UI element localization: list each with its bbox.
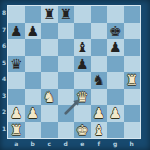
piece-white-king-e1[interactable]: ♚ [74, 122, 91, 139]
square-f4[interactable]: ♞ [91, 72, 108, 89]
square-g2[interactable]: ♟ [107, 105, 124, 122]
square-h6[interactable] [124, 39, 141, 56]
square-a7[interactable]: ♟ [8, 23, 25, 40]
square-f2[interactable]: ♟ [91, 105, 108, 122]
square-c3[interactable]: ♞ [41, 89, 58, 106]
square-d2[interactable] [58, 105, 75, 122]
piece-white-bishop-f1[interactable]: ♝ [91, 122, 108, 139]
rank-label-3: 3 [0, 92, 8, 100]
square-b4[interactable] [25, 72, 42, 89]
file-label-g: g [107, 139, 124, 148]
piece-black-rook-c8[interactable]: ♜ [41, 6, 58, 23]
square-h4[interactable]: ♜ [124, 72, 141, 89]
square-h8[interactable] [124, 6, 141, 23]
square-f5[interactable] [91, 56, 108, 73]
square-c6[interactable] [41, 39, 58, 56]
chess-board: ♜♜♟♟♚♝♟♛♟♞♜♞♛♟♟♟♟♜♚♝ [8, 6, 140, 138]
square-e4[interactable] [74, 72, 91, 89]
square-g1[interactable] [107, 122, 124, 139]
square-f7[interactable] [91, 23, 108, 40]
square-f1[interactable]: ♝ [91, 122, 108, 139]
piece-black-pawn-e5[interactable]: ♟ [74, 56, 91, 73]
square-b5[interactable] [25, 56, 42, 73]
rank-label-4: 4 [0, 75, 8, 83]
square-b3[interactable] [25, 89, 42, 106]
square-g6[interactable]: ♟ [107, 39, 124, 56]
square-b6[interactable] [25, 39, 42, 56]
file-label-f: f [91, 139, 108, 148]
file-label-c: c [41, 139, 58, 148]
piece-white-pawn-a2[interactable]: ♟ [8, 105, 25, 122]
square-c8[interactable]: ♜ [41, 6, 58, 23]
file-label-b: b [25, 139, 42, 148]
piece-black-knight-f4[interactable]: ♞ [91, 72, 108, 89]
file-label-d: d [58, 139, 75, 148]
square-c1[interactable] [41, 122, 58, 139]
square-b2[interactable]: ♟ [25, 105, 42, 122]
square-e5[interactable]: ♟ [74, 56, 91, 73]
square-a3[interactable] [8, 89, 25, 106]
rank-label-6: 6 [0, 42, 8, 50]
square-h1[interactable] [124, 122, 141, 139]
rank-label-5: 5 [0, 59, 8, 67]
piece-white-rook-a1[interactable]: ♜ [8, 122, 25, 139]
square-e1[interactable]: ♚ [74, 122, 91, 139]
square-a1[interactable]: ♜ [8, 122, 25, 139]
piece-white-queen-e3[interactable]: ♛ [74, 89, 91, 106]
square-d7[interactable] [58, 23, 75, 40]
square-f6[interactable] [91, 39, 108, 56]
piece-white-rook-h4[interactable]: ♜ [124, 72, 141, 89]
piece-black-pawn-a7[interactable]: ♟ [8, 23, 25, 40]
square-f3[interactable] [91, 89, 108, 106]
square-d3[interactable] [58, 89, 75, 106]
square-d6[interactable] [58, 39, 75, 56]
file-label-h: h [124, 139, 141, 148]
piece-white-pawn-f2[interactable]: ♟ [91, 105, 108, 122]
square-b7[interactable]: ♟ [25, 23, 42, 40]
square-d5[interactable] [58, 56, 75, 73]
square-a5[interactable]: ♛ [8, 56, 25, 73]
square-d1[interactable] [58, 122, 75, 139]
square-g5[interactable] [107, 56, 124, 73]
square-b8[interactable] [25, 6, 42, 23]
file-label-e: e [74, 139, 91, 148]
square-e7[interactable] [74, 23, 91, 40]
square-e2[interactable] [74, 105, 91, 122]
square-h5[interactable] [124, 56, 141, 73]
square-c2[interactable] [41, 105, 58, 122]
square-a2[interactable]: ♟ [8, 105, 25, 122]
piece-black-queen-a5[interactable]: ♛ [8, 56, 25, 73]
square-c4[interactable] [41, 72, 58, 89]
piece-black-pawn-b7[interactable]: ♟ [25, 23, 42, 40]
square-b1[interactable] [25, 122, 42, 139]
square-f8[interactable] [91, 6, 108, 23]
piece-black-pawn-g6[interactable]: ♟ [107, 39, 124, 56]
square-c5[interactable] [41, 56, 58, 73]
piece-white-knight-c3[interactable]: ♞ [41, 89, 58, 106]
piece-black-bishop-e6[interactable]: ♝ [74, 39, 91, 56]
rank-label-7: 7 [0, 26, 8, 34]
square-g4[interactable] [107, 72, 124, 89]
rank-label-1: 1 [0, 125, 8, 133]
piece-white-pawn-b2[interactable]: ♟ [25, 105, 42, 122]
square-c7[interactable] [41, 23, 58, 40]
square-e3[interactable]: ♛ [74, 89, 91, 106]
square-e6[interactable]: ♝ [74, 39, 91, 56]
square-d4[interactable] [58, 72, 75, 89]
square-g3[interactable] [107, 89, 124, 106]
chess-board-app: ♜♜♟♟♚♝♟♛♟♞♜♞♛♟♟♟♟♜♚♝ 87654321 abcdefgh [0, 0, 150, 150]
square-g8[interactable] [107, 6, 124, 23]
square-h7[interactable] [124, 23, 141, 40]
square-a6[interactable] [8, 39, 25, 56]
square-e8[interactable] [74, 6, 91, 23]
rank-label-8: 8 [0, 9, 8, 17]
square-a8[interactable] [8, 6, 25, 23]
rank-label-2: 2 [0, 108, 8, 116]
piece-black-rook-d8[interactable]: ♜ [58, 6, 75, 23]
square-g7[interactable]: ♚ [107, 23, 124, 40]
piece-white-pawn-g2[interactable]: ♟ [107, 105, 124, 122]
square-h3[interactable] [124, 89, 141, 106]
square-a4[interactable] [8, 72, 25, 89]
square-h2[interactable] [124, 105, 141, 122]
piece-black-king-g7[interactable]: ♚ [107, 23, 124, 40]
square-d8[interactable]: ♜ [58, 6, 75, 23]
file-label-a: a [8, 139, 25, 148]
